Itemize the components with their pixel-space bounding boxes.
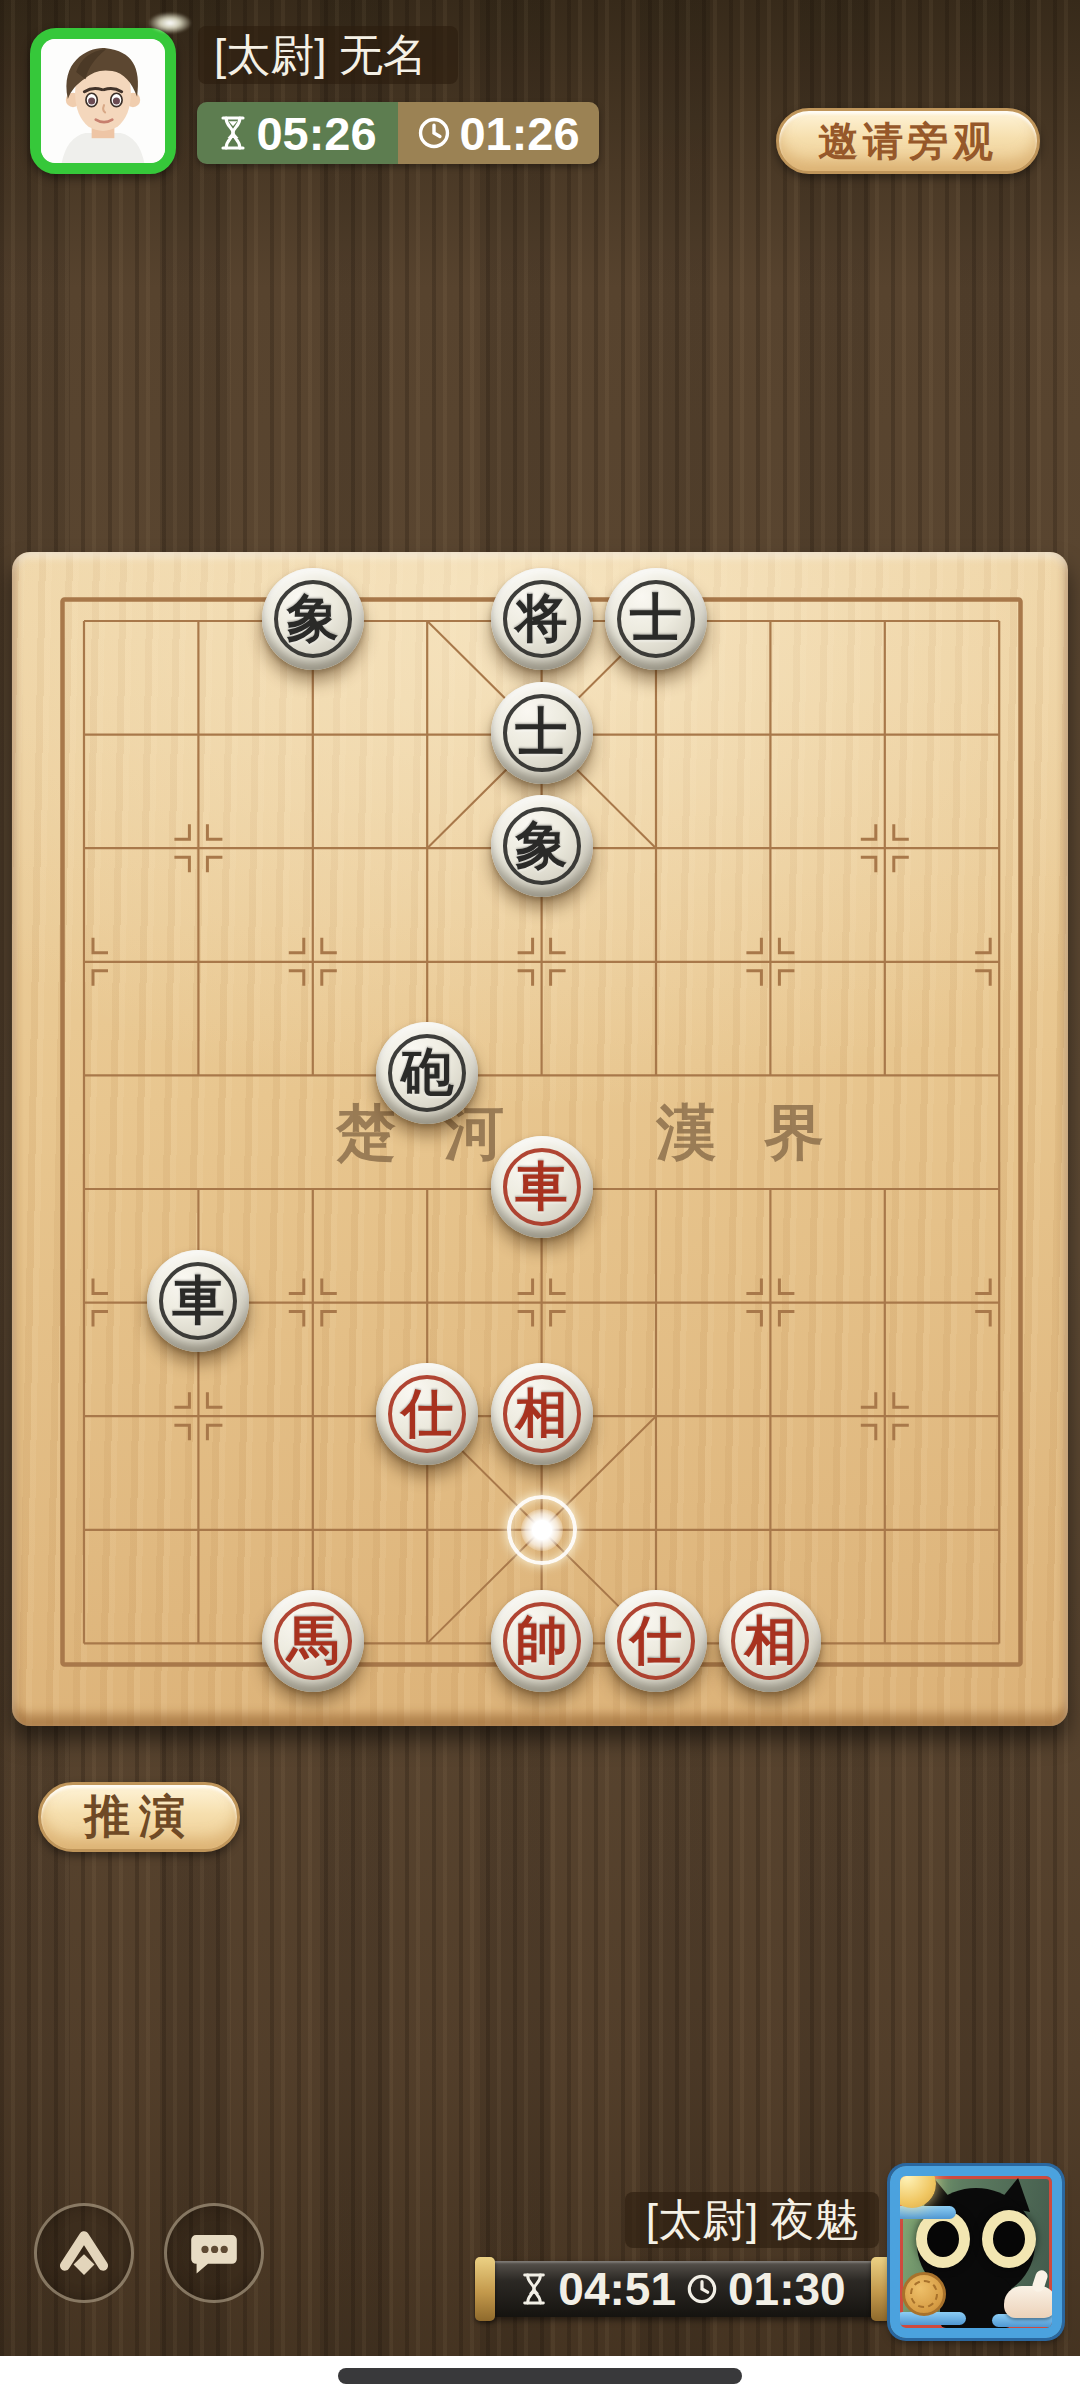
top-reserve-time: 05:26 [256, 106, 376, 161]
chat-bubble-icon [184, 2223, 244, 2283]
piece-車-1-6[interactable]: 車 [147, 1250, 249, 1352]
top-reserve-timer: 05:26 [197, 102, 398, 164]
piece-仕-5-9[interactable]: 仕 [605, 1590, 707, 1692]
piece-仕-3-7[interactable]: 仕 [376, 1363, 478, 1465]
piece-象-2-0[interactable]: 象 [262, 568, 364, 670]
chat-button[interactable] [164, 2203, 264, 2303]
cloud-decoration [894, 2206, 956, 2219]
piece-士-4-1[interactable]: 士 [491, 682, 593, 784]
top-move-timer: 01:26 [398, 102, 599, 164]
top-player-timers: 05:26 01:26 [197, 102, 599, 164]
piece-車-4-5[interactable]: 車 [491, 1136, 593, 1238]
top-player-name: [太尉] 无名 [198, 26, 458, 84]
piece-象-4-2[interactable]: 象 [491, 795, 593, 897]
bottom-reserve-time: 04:51 [558, 2262, 676, 2316]
boy-face-illustration [41, 39, 165, 163]
piece-馬-2-9[interactable]: 馬 [262, 1590, 364, 1692]
piece-砲-3-4[interactable]: 砲 [376, 1022, 478, 1124]
hourglass-icon [520, 2271, 548, 2307]
invite-spectators-button[interactable]: 邀请旁观 [776, 108, 1040, 174]
rabbit-decoration [1004, 2286, 1056, 2318]
piece-帥-4-9[interactable]: 帥 [491, 1590, 593, 1692]
top-move-time: 01:26 [459, 106, 579, 161]
river-text-right: 漢界 [656, 1099, 872, 1167]
hourglass-icon [218, 114, 248, 152]
clock-icon [417, 116, 451, 150]
bottom-player-timers: 04:51 01:30 [484, 2261, 882, 2317]
deduce-button[interactable]: 推演 [38, 1782, 240, 1852]
piece-将-4-0[interactable]: 将 [491, 568, 593, 670]
bottom-player-name: [太尉] 夜魅 [625, 2192, 879, 2248]
mooncake-decoration [902, 2272, 946, 2316]
home-indicator[interactable] [338, 2368, 742, 2384]
menu-button[interactable] [34, 2203, 134, 2303]
piece-相-6-9[interactable]: 相 [719, 1590, 821, 1692]
piece-相-4-7[interactable]: 相 [491, 1363, 593, 1465]
bottom-move-time: 01:30 [728, 2262, 846, 2316]
top-player-avatar[interactable] [30, 28, 176, 174]
bottom-player-avatar[interactable] [890, 2166, 1062, 2338]
cat-eye [982, 2210, 1036, 2268]
arrow-up-icon [55, 2224, 113, 2282]
clock-icon [686, 2273, 718, 2305]
piece-士-5-0[interactable]: 士 [605, 568, 707, 670]
avatar-shine-highlight [148, 12, 192, 34]
last-move-highlight [507, 1495, 577, 1565]
game-screen: [太尉] 无名 05:26 01:26 邀请旁观 楚河 漢 [0, 0, 1080, 2400]
